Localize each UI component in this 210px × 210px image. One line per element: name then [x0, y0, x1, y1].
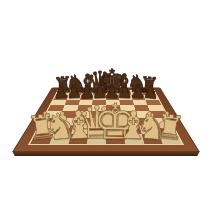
square-c1 — [68, 134, 88, 144]
square-c4 — [75, 111, 91, 118]
square-e3 — [106, 118, 122, 126]
chess-board — [12, 88, 199, 152]
square-d2 — [88, 125, 106, 134]
square-e1 — [106, 134, 125, 144]
square-h2 — [155, 125, 176, 134]
square-d3 — [90, 118, 106, 126]
square-c3 — [73, 118, 90, 126]
board-front-edge — [12, 151, 200, 156]
chess-set-photo: ♜♞♝♛♚♝♞♜♟♟♟♟♟♟♟♟♟♟♟♟♟♟♟♟♜♞♝♛♚♝♞♜ — [0, 0, 210, 210]
board-squares-grid — [30, 90, 181, 143]
square-e2 — [106, 125, 124, 134]
square-c2 — [71, 125, 90, 134]
board-inlay-border — [28, 90, 184, 145]
square-h4 — [150, 111, 168, 118]
square-d4 — [91, 111, 106, 118]
square-h1 — [159, 134, 182, 144]
square-e4 — [106, 111, 121, 118]
square-d1 — [87, 134, 106, 144]
square-h3 — [152, 118, 171, 126]
